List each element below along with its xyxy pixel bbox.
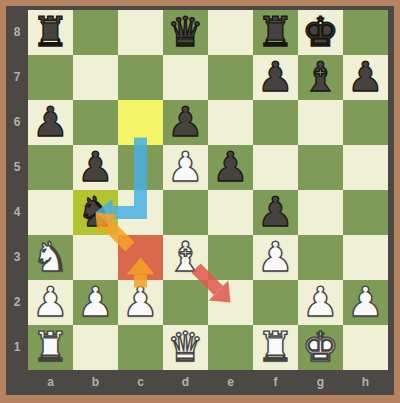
piece-black-king[interactable]: ♚ xyxy=(298,10,343,55)
square-c5[interactable] xyxy=(118,145,163,190)
square-a8[interactable]: ♜ xyxy=(28,10,73,55)
piece-white-king[interactable]: ♚ xyxy=(298,325,343,370)
file-label-a: a xyxy=(28,370,73,395)
square-b7[interactable] xyxy=(73,55,118,100)
board-window: 87654321 ♜♛♜♚♟♝♟♟♟♟♟♟♞♟♞♝♟♟♟♟♟♟♜♛♜♚ abcd… xyxy=(0,0,400,403)
rank-labels: 87654321 xyxy=(6,10,28,370)
piece-white-pawn[interactable]: ♟ xyxy=(253,235,298,280)
piece-black-pawn[interactable]: ♟ xyxy=(253,190,298,235)
rank-label-4: 4 xyxy=(6,190,28,235)
piece-black-pawn[interactable]: ♟ xyxy=(28,100,73,145)
square-g6[interactable] xyxy=(298,100,343,145)
piece-black-rook[interactable]: ♜ xyxy=(28,10,73,55)
rank-label-5: 5 xyxy=(6,145,28,190)
piece-white-knight[interactable]: ♞ xyxy=(28,235,73,280)
square-f7[interactable]: ♟ xyxy=(253,55,298,100)
square-d4[interactable] xyxy=(163,190,208,235)
square-d2[interactable] xyxy=(163,280,208,325)
square-f4[interactable]: ♟ xyxy=(253,190,298,235)
square-b3[interactable] xyxy=(73,235,118,280)
piece-black-queen[interactable]: ♛ xyxy=(163,10,208,55)
square-e6[interactable] xyxy=(208,100,253,145)
square-d1[interactable]: ♛ xyxy=(163,325,208,370)
square-h4[interactable] xyxy=(343,190,388,235)
piece-black-rook[interactable]: ♜ xyxy=(253,10,298,55)
square-c2[interactable]: ♟ xyxy=(118,280,163,325)
piece-black-pawn[interactable]: ♟ xyxy=(73,145,118,190)
square-d7[interactable] xyxy=(163,55,208,100)
file-label-c: c xyxy=(118,370,163,395)
piece-white-bishop[interactable]: ♝ xyxy=(163,235,208,280)
square-e2[interactable] xyxy=(208,280,253,325)
rank-label-8: 8 xyxy=(6,10,28,55)
square-f5[interactable] xyxy=(253,145,298,190)
square-e1[interactable] xyxy=(208,325,253,370)
square-e8[interactable] xyxy=(208,10,253,55)
rank-label-2: 2 xyxy=(6,280,28,325)
square-f1[interactable]: ♜ xyxy=(253,325,298,370)
square-c6[interactable] xyxy=(118,100,163,145)
piece-white-pawn[interactable]: ♟ xyxy=(118,280,163,325)
square-a4[interactable] xyxy=(28,190,73,235)
square-a1[interactable]: ♜ xyxy=(28,325,73,370)
square-b6[interactable] xyxy=(73,100,118,145)
square-h1[interactable] xyxy=(343,325,388,370)
piece-black-pawn[interactable]: ♟ xyxy=(343,55,388,100)
piece-white-pawn[interactable]: ♟ xyxy=(73,280,118,325)
square-c1[interactable] xyxy=(118,325,163,370)
square-e3[interactable] xyxy=(208,235,253,280)
rank-label-6: 6 xyxy=(6,100,28,145)
square-f2[interactable] xyxy=(253,280,298,325)
file-label-h: h xyxy=(343,370,388,395)
piece-white-rook[interactable]: ♜ xyxy=(28,325,73,370)
square-d3[interactable]: ♝ xyxy=(163,235,208,280)
square-b2[interactable]: ♟ xyxy=(73,280,118,325)
square-b5[interactable]: ♟ xyxy=(73,145,118,190)
square-b1[interactable] xyxy=(73,325,118,370)
square-g5[interactable] xyxy=(298,145,343,190)
chess-board[interactable]: ♜♛♜♚♟♝♟♟♟♟♟♟♞♟♞♝♟♟♟♟♟♟♜♛♜♚ xyxy=(28,10,388,370)
piece-white-pawn[interactable]: ♟ xyxy=(28,280,73,325)
square-g1[interactable]: ♚ xyxy=(298,325,343,370)
file-label-b: b xyxy=(73,370,118,395)
file-label-e: e xyxy=(208,370,253,395)
square-h3[interactable] xyxy=(343,235,388,280)
square-b4[interactable]: ♞ xyxy=(73,190,118,235)
file-label-g: g xyxy=(298,370,343,395)
square-c3[interactable] xyxy=(118,235,163,280)
square-d5[interactable]: ♟ xyxy=(163,145,208,190)
rank-label-7: 7 xyxy=(6,55,28,100)
board-frame: 87654321 ♜♛♜♚♟♝♟♟♟♟♟♟♞♟♞♝♟♟♟♟♟♟♜♛♜♚ abcd… xyxy=(6,6,394,395)
square-b8[interactable] xyxy=(73,10,118,55)
square-a2[interactable]: ♟ xyxy=(28,280,73,325)
square-h7[interactable]: ♟ xyxy=(343,55,388,100)
square-e7[interactable] xyxy=(208,55,253,100)
square-c8[interactable] xyxy=(118,10,163,55)
piece-black-pawn[interactable]: ♟ xyxy=(253,55,298,100)
file-label-d: d xyxy=(163,370,208,395)
square-h8[interactable] xyxy=(343,10,388,55)
square-d6[interactable]: ♟ xyxy=(163,100,208,145)
piece-white-rook[interactable]: ♜ xyxy=(253,325,298,370)
square-a3[interactable]: ♞ xyxy=(28,235,73,280)
square-f6[interactable] xyxy=(253,100,298,145)
square-g3[interactable] xyxy=(298,235,343,280)
rank-label-1: 1 xyxy=(6,325,28,370)
square-f3[interactable]: ♟ xyxy=(253,235,298,280)
square-e4[interactable] xyxy=(208,190,253,235)
square-c4[interactable] xyxy=(118,190,163,235)
square-h5[interactable] xyxy=(343,145,388,190)
square-f8[interactable]: ♜ xyxy=(253,10,298,55)
square-g2[interactable]: ♟ xyxy=(298,280,343,325)
square-a7[interactable] xyxy=(28,55,73,100)
square-g7[interactable]: ♝ xyxy=(298,55,343,100)
piece-black-bishop[interactable]: ♝ xyxy=(298,55,343,100)
square-d8[interactable]: ♛ xyxy=(163,10,208,55)
piece-black-pawn[interactable]: ♟ xyxy=(163,100,208,145)
rank-label-3: 3 xyxy=(6,235,28,280)
piece-black-knight[interactable]: ♞ xyxy=(73,190,118,235)
square-g8[interactable]: ♚ xyxy=(298,10,343,55)
piece-white-pawn[interactable]: ♟ xyxy=(343,280,388,325)
square-h2[interactable]: ♟ xyxy=(343,280,388,325)
piece-white-queen[interactable]: ♛ xyxy=(163,325,208,370)
piece-white-pawn[interactable]: ♟ xyxy=(298,280,343,325)
square-g4[interactable] xyxy=(298,190,343,235)
file-labels: abcdefgh xyxy=(28,370,388,395)
square-h6[interactable] xyxy=(343,100,388,145)
square-a6[interactable]: ♟ xyxy=(28,100,73,145)
file-label-f: f xyxy=(253,370,298,395)
piece-white-pawn[interactable]: ♟ xyxy=(163,145,208,190)
piece-black-pawn[interactable]: ♟ xyxy=(208,145,253,190)
square-e5[interactable]: ♟ xyxy=(208,145,253,190)
square-c7[interactable] xyxy=(118,55,163,100)
square-a5[interactable] xyxy=(28,145,73,190)
